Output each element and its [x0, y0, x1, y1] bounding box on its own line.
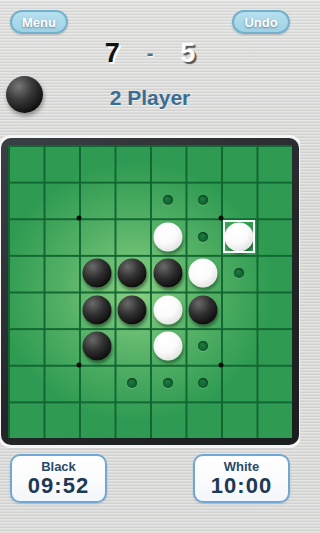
legal-move-hint [198, 232, 208, 242]
board-cell-a7[interactable] [8, 365, 44, 402]
board-cell-h3[interactable] [257, 218, 293, 255]
board-cell-g3[interactable] [221, 218, 257, 255]
board-cell-d7[interactable] [115, 365, 151, 402]
white-disc [189, 259, 218, 288]
board-frame [1, 138, 299, 445]
board-cell-h5[interactable] [257, 292, 293, 329]
legal-move-hint [163, 195, 173, 205]
white-clock-time: 10:00 [195, 474, 288, 498]
score-black: 7 [105, 38, 120, 68]
board-cell-h1[interactable] [257, 145, 293, 182]
star-point [77, 362, 82, 367]
legal-move-hint [163, 378, 173, 388]
board-cell-h8[interactable] [257, 401, 293, 438]
score-white: 5 [180, 38, 195, 68]
black-disc [189, 295, 218, 324]
othello-board [8, 145, 292, 438]
board-cell-g4[interactable] [221, 255, 257, 292]
menu-button[interactable]: Menu [10, 10, 68, 34]
board-cell-c2[interactable] [79, 182, 115, 219]
black-disc [82, 332, 111, 361]
board-cell-d5[interactable] [115, 292, 151, 329]
board-cell-h4[interactable] [257, 255, 293, 292]
board-cell-d4[interactable] [115, 255, 151, 292]
board-cell-b4[interactable] [44, 255, 80, 292]
board-cell-f8[interactable] [186, 401, 222, 438]
board-cell-h2[interactable] [257, 182, 293, 219]
board-cell-d8[interactable] [115, 401, 151, 438]
white-clock-label: White [195, 460, 288, 474]
board-cell-a5[interactable] [8, 292, 44, 329]
board-cell-b8[interactable] [44, 401, 80, 438]
legal-move-hint [198, 341, 208, 351]
board-cell-a3[interactable] [8, 218, 44, 255]
black-clock-label: Black [12, 460, 105, 474]
white-disc [153, 332, 182, 361]
score-separator: - [147, 42, 154, 65]
board-cell-d2[interactable] [115, 182, 151, 219]
board-cell-e5[interactable] [150, 292, 186, 329]
board-cell-h6[interactable] [257, 328, 293, 365]
board-cell-c7[interactable] [79, 365, 115, 402]
black-disc [153, 259, 182, 288]
board-cell-b3[interactable] [44, 218, 80, 255]
board-cell-d1[interactable] [115, 145, 151, 182]
board-grid [8, 145, 292, 438]
board-cell-b7[interactable] [44, 365, 80, 402]
board-cell-a6[interactable] [8, 328, 44, 365]
board-cell-c1[interactable] [79, 145, 115, 182]
last-move-highlight [223, 220, 255, 253]
undo-button[interactable]: Undo [232, 10, 290, 34]
board-cell-f4[interactable] [186, 255, 222, 292]
board-cell-c4[interactable] [79, 255, 115, 292]
star-point [77, 216, 82, 221]
board-cell-f5[interactable] [186, 292, 222, 329]
board-cell-d3[interactable] [115, 218, 151, 255]
board-cell-f7[interactable] [186, 365, 222, 402]
legal-move-hint [198, 195, 208, 205]
black-disc [118, 259, 147, 288]
board-cell-g6[interactable] [221, 328, 257, 365]
board-cell-f1[interactable] [186, 145, 222, 182]
white-disc [153, 222, 182, 251]
board-cell-f6[interactable] [186, 328, 222, 365]
board-cell-g7[interactable] [221, 365, 257, 402]
board-cell-a1[interactable] [8, 145, 44, 182]
board-cell-g5[interactable] [221, 292, 257, 329]
board-cell-b6[interactable] [44, 328, 80, 365]
board-cell-e2[interactable] [150, 182, 186, 219]
board-cell-d6[interactable] [115, 328, 151, 365]
board-cell-e8[interactable] [150, 401, 186, 438]
board-cell-a8[interactable] [8, 401, 44, 438]
board-cell-e3[interactable] [150, 218, 186, 255]
black-clock-time: 09:52 [12, 474, 105, 498]
black-disc [82, 295, 111, 324]
board-cell-c3[interactable] [79, 218, 115, 255]
board-cell-f3[interactable] [186, 218, 222, 255]
board-cell-g1[interactable] [221, 145, 257, 182]
board-cell-g2[interactable] [221, 182, 257, 219]
score-display: 7 - 5 [0, 37, 300, 69]
board-cell-e4[interactable] [150, 255, 186, 292]
board-cell-e6[interactable] [150, 328, 186, 365]
board-cell-f2[interactable] [186, 182, 222, 219]
board-cell-g8[interactable] [221, 401, 257, 438]
star-point [219, 216, 224, 221]
star-point [219, 362, 224, 367]
board-cell-b2[interactable] [44, 182, 80, 219]
board-cell-c6[interactable] [79, 328, 115, 365]
black-disc [118, 295, 147, 324]
board-cell-e7[interactable] [150, 365, 186, 402]
legal-move-hint [198, 378, 208, 388]
board-cell-a2[interactable] [8, 182, 44, 219]
board-cell-b1[interactable] [44, 145, 80, 182]
white-disc [153, 295, 182, 324]
black-clock-panel: Black 09:52 [10, 454, 107, 503]
board-cell-c5[interactable] [79, 292, 115, 329]
black-disc [82, 259, 111, 288]
board-cell-c8[interactable] [79, 401, 115, 438]
white-clock-panel: White 10:00 [193, 454, 290, 503]
legal-move-hint [234, 268, 244, 278]
board-cell-h7[interactable] [257, 365, 293, 402]
board-cell-a4[interactable] [8, 255, 44, 292]
legal-move-hint [127, 378, 137, 388]
board-cell-b5[interactable] [44, 292, 80, 329]
game-mode-label: 2 Player [0, 86, 300, 110]
board-cell-e1[interactable] [150, 145, 186, 182]
